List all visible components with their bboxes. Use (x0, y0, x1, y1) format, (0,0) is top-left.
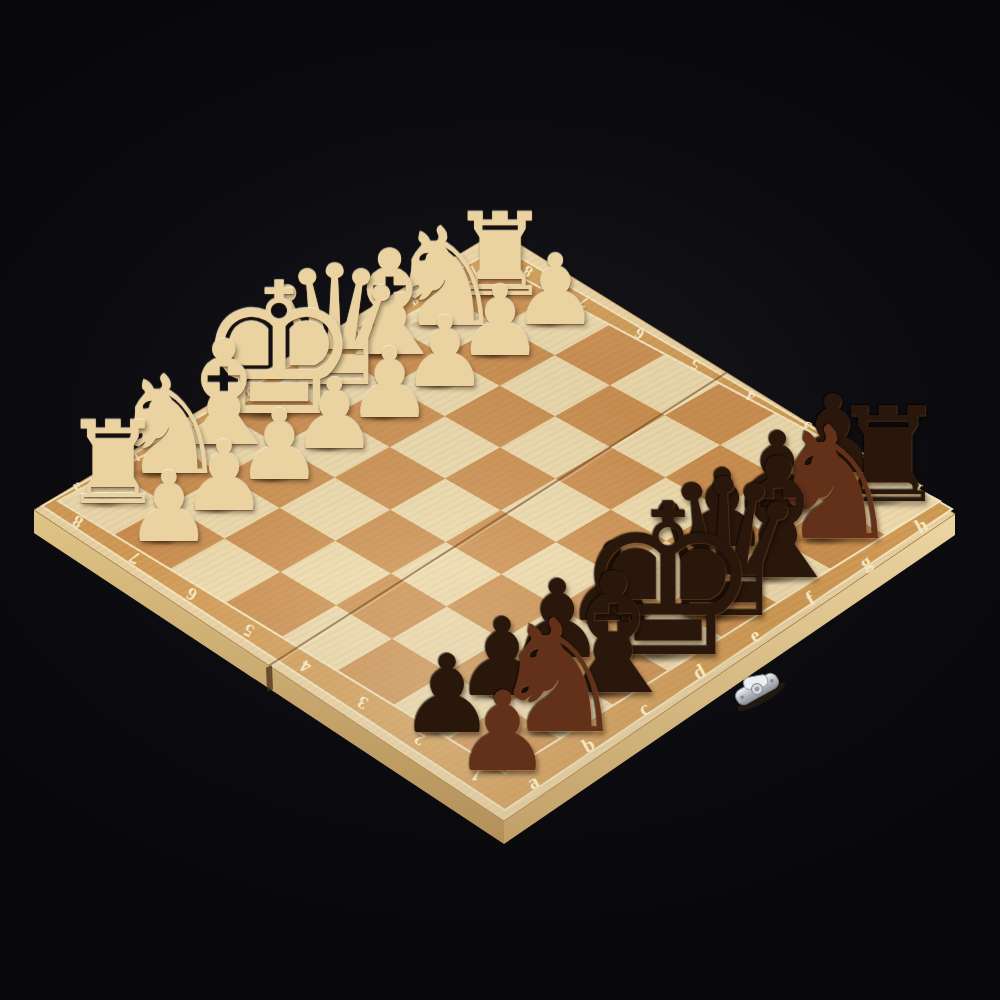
hinge-notch (266, 666, 273, 692)
chess-board: abcdefgh8765432187654321abcdefgh (0, 0, 1000, 1000)
product-photo-scene: abcdefgh8765432187654321abcdefgh ♜♞♝♚♛♝♞… (0, 0, 1000, 1000)
